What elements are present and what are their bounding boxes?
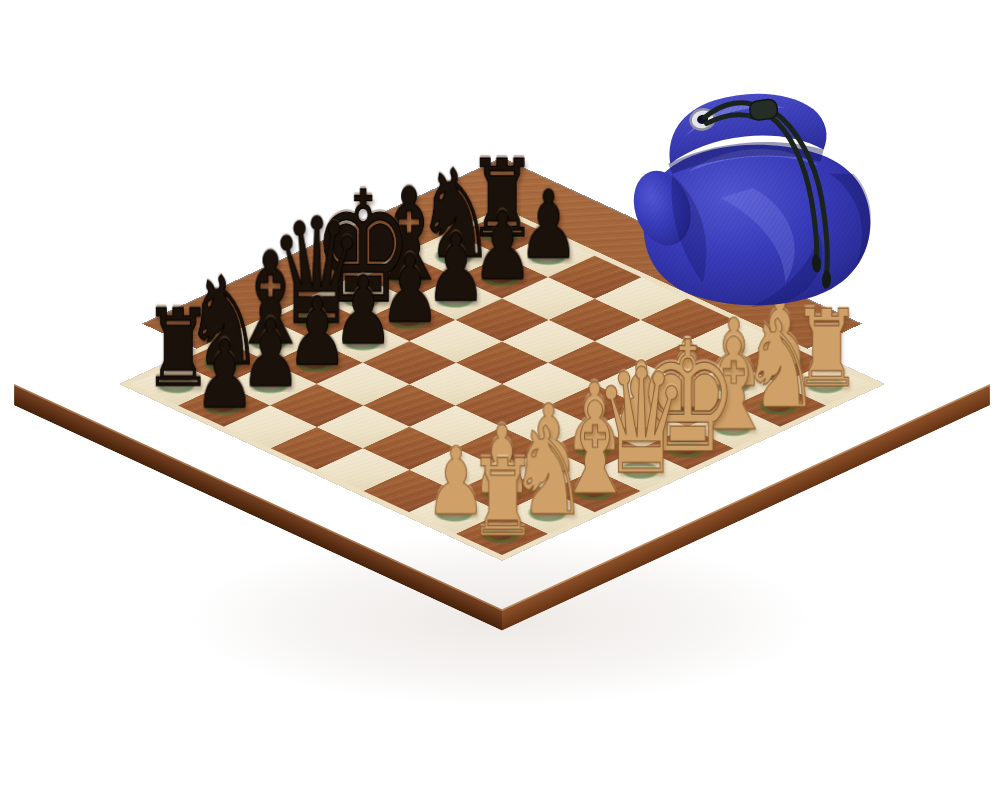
bag-texture (644, 145, 871, 305)
chess-piece-bag (632, 78, 884, 312)
piece-black-pawn-a7: ♟ (117, 328, 331, 422)
scene: ♜♟♟♜♞♟♟♞♝♟♟♝♚♟♟♚♛♟♟♛♝♟♟♝♞♟♟♞♜♟♟♜ (0, 0, 1000, 800)
bag-cord-lock (749, 98, 779, 121)
piece-white-rook-a1: ♜ (395, 445, 609, 552)
square-a1: ♜ (456, 512, 549, 555)
